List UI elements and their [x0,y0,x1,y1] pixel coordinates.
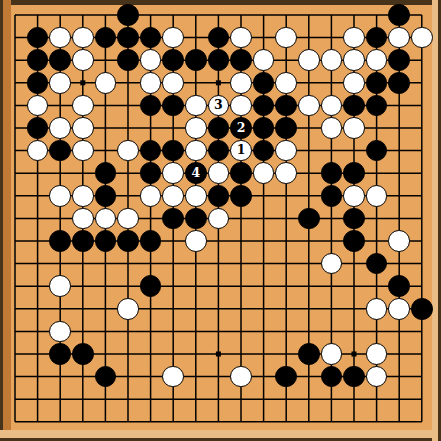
white-stone [140,185,162,207]
black-stone [117,4,139,26]
white-stone [343,117,365,139]
black-stone [343,208,365,230]
black-stone [95,230,117,252]
move-number-label: 3 [214,99,223,112]
black-stone [95,185,117,207]
white-stone [72,140,94,162]
white-stone [230,95,252,117]
white-stone [49,321,71,343]
white-stone [298,95,320,117]
black-stone [27,117,49,139]
black-stone: 4 [185,162,207,184]
white-stone [49,185,71,207]
black-stone [208,117,230,139]
white-stone [388,230,410,252]
white-stone [366,298,388,320]
black-stone [321,185,343,207]
black-stone [49,49,71,71]
white-stone [298,49,320,71]
black-stone [275,95,297,117]
black-stone [72,343,94,365]
white-stone [321,117,343,139]
black-stone [343,162,365,184]
black-stone [27,72,49,94]
black-stone [366,72,388,94]
black-stone [275,117,297,139]
white-stone [343,49,365,71]
white-stone [343,72,365,94]
white-stone [95,72,117,94]
black-stone [321,162,343,184]
black-stone [117,27,139,49]
white-stone [185,140,207,162]
white-stone: 1 [230,140,252,162]
white-stone [230,72,252,94]
white-stone [49,275,71,297]
white-stone [321,49,343,71]
white-stone [366,343,388,365]
white-stone [321,343,343,365]
move-number-label: 1 [237,144,246,157]
white-stone [72,208,94,230]
black-stone [388,72,410,94]
black-stone [343,366,365,388]
black-stone [117,230,139,252]
white-stone [275,72,297,94]
white-stone [72,27,94,49]
black-stone [162,49,184,71]
white-stone [72,95,94,117]
white-stone [49,117,71,139]
black-stone [140,230,162,252]
white-stone [343,27,365,49]
black-stone [208,185,230,207]
white-stone [411,27,433,49]
black-stone [230,185,252,207]
white-stone [162,72,184,94]
black-stone [343,95,365,117]
white-stone [230,27,252,49]
white-stone [140,72,162,94]
star-point [352,352,357,357]
white-stone [185,230,207,252]
white-stone [162,185,184,207]
black-stone [49,230,71,252]
black-stone [162,95,184,117]
black-stone [208,49,230,71]
black-stone [117,49,139,71]
white-stone [366,185,388,207]
white-stone [343,185,365,207]
white-stone [117,298,139,320]
white-stone [275,162,297,184]
white-stone [117,208,139,230]
black-stone [343,230,365,252]
black-stone [388,275,410,297]
white-stone [72,185,94,207]
go-board: 3214 [0,0,441,441]
white-stone [72,49,94,71]
black-stone [253,72,275,94]
black-stone [185,208,207,230]
black-stone [388,4,410,26]
black-stone [411,298,433,320]
move-number-label: 2 [237,122,246,135]
star-point [216,352,221,357]
black-stone [298,208,320,230]
white-stone [185,95,207,117]
white-stone [117,140,139,162]
black-stone [230,49,252,71]
black-stone [388,49,410,71]
white-stone [230,366,252,388]
black-stone [253,117,275,139]
white-stone [388,298,410,320]
black-stone [95,162,117,184]
white-stone [49,72,71,94]
black-stone [49,343,71,365]
black-stone [298,343,320,365]
star-point [80,80,85,85]
move-number-label: 4 [191,167,200,180]
white-stone [185,185,207,207]
black-stone [230,162,252,184]
black-stone [185,49,207,71]
black-stone [162,208,184,230]
white-stone [185,117,207,139]
black-stone [72,230,94,252]
star-point [216,80,221,85]
white-stone [162,162,184,184]
white-stone [208,162,230,184]
white-stone [72,117,94,139]
black-stone: 2 [230,117,252,139]
